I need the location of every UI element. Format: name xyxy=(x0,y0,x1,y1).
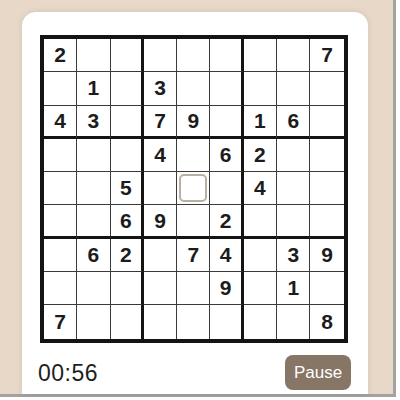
sudoku-cell-r5c7[interactable]: 4 xyxy=(244,172,277,205)
sudoku-cell-r6c8[interactable] xyxy=(277,205,310,238)
sudoku-cell-r7c2[interactable]: 6 xyxy=(77,239,110,272)
sudoku-cell-r4c5[interactable] xyxy=(177,139,210,172)
sudoku-cell-r3c5[interactable]: 9 xyxy=(177,106,210,139)
sudoku-cell-r3c1[interactable]: 4 xyxy=(44,106,77,139)
sudoku-cell-r1c9[interactable]: 7 xyxy=(310,39,343,72)
sudoku-cell-r5c3[interactable]: 5 xyxy=(111,172,144,205)
sudoku-cell-r4c8[interactable] xyxy=(277,139,310,172)
sudoku-cell-r9c6[interactable] xyxy=(210,305,243,338)
sudoku-cell-r5c2[interactable] xyxy=(77,172,110,205)
sudoku-cell-r8c2[interactable] xyxy=(77,272,110,305)
sudoku-cell-r6c3[interactable]: 6 xyxy=(111,205,144,238)
sudoku-cell-r5c4[interactable] xyxy=(144,172,177,205)
sudoku-cell-r4c4[interactable]: 4 xyxy=(144,139,177,172)
sudoku-cell-r6c2[interactable] xyxy=(77,205,110,238)
sudoku-cell-r2c4[interactable]: 3 xyxy=(144,72,177,105)
sudoku-cell-r9c7[interactable] xyxy=(244,305,277,338)
sudoku-cell-r8c4[interactable] xyxy=(144,272,177,305)
sudoku-cell-r5c1[interactable] xyxy=(44,172,77,205)
sudoku-cell-r8c3[interactable] xyxy=(111,272,144,305)
sudoku-cell-r1c8[interactable] xyxy=(277,39,310,72)
sudoku-cell-r7c1[interactable] xyxy=(44,239,77,272)
sudoku-cell-r2c1[interactable] xyxy=(44,72,77,105)
sudoku-cell-r1c7[interactable] xyxy=(244,39,277,72)
sudoku-cell-r8c6[interactable]: 9 xyxy=(210,272,243,305)
sudoku-cell-r4c9[interactable] xyxy=(310,139,343,172)
pause-button[interactable]: Pause xyxy=(285,355,351,390)
sudoku-cell-r5c9[interactable] xyxy=(310,172,343,205)
sudoku-cell-r9c2[interactable] xyxy=(77,305,110,338)
sudoku-cell-r5c8[interactable] xyxy=(277,172,310,205)
sudoku-cell-r6c4[interactable]: 9 xyxy=(144,205,177,238)
sudoku-cell-r3c8[interactable]: 6 xyxy=(277,106,310,139)
sudoku-cell-r4c7[interactable]: 2 xyxy=(244,139,277,172)
sudoku-cell-r1c6[interactable] xyxy=(210,39,243,72)
sudoku-cell-r2c3[interactable] xyxy=(111,72,144,105)
sudoku-cell-r3c4[interactable]: 7 xyxy=(144,106,177,139)
sudoku-cell-r8c1[interactable] xyxy=(44,272,77,305)
sudoku-cell-r8c7[interactable] xyxy=(244,272,277,305)
sudoku-cell-r3c7[interactable]: 1 xyxy=(244,106,277,139)
sudoku-cell-r1c4[interactable] xyxy=(144,39,177,72)
sudoku-cell-r3c3[interactable] xyxy=(111,106,144,139)
sudoku-cell-r3c9[interactable] xyxy=(310,106,343,139)
sudoku-cell-r1c3[interactable] xyxy=(111,39,144,72)
sudoku-cell-r5c6[interactable] xyxy=(210,172,243,205)
sudoku-cell-r6c7[interactable] xyxy=(244,205,277,238)
sudoku-cell-r8c9[interactable] xyxy=(310,272,343,305)
sudoku-cell-r2c7[interactable] xyxy=(244,72,277,105)
sudoku-cell-r8c5[interactable] xyxy=(177,272,210,305)
sudoku-cell-r2c9[interactable] xyxy=(310,72,343,105)
sudoku-cell-r6c1[interactable] xyxy=(44,205,77,238)
sudoku-cell-r9c4[interactable] xyxy=(144,305,177,338)
sudoku-cell-r1c2[interactable] xyxy=(77,39,110,72)
sudoku-cell-r5c5[interactable] xyxy=(177,172,210,205)
sudoku-cell-r2c8[interactable] xyxy=(277,72,310,105)
sudoku-cell-r7c6[interactable]: 4 xyxy=(210,239,243,272)
sudoku-cell-r9c9[interactable]: 8 xyxy=(310,305,343,338)
sudoku-cell-r4c2[interactable] xyxy=(77,139,110,172)
sudoku-cell-r7c4[interactable] xyxy=(144,239,177,272)
sudoku-cell-r6c5[interactable] xyxy=(177,205,210,238)
sudoku-cell-r7c8[interactable]: 3 xyxy=(277,239,310,272)
sudoku-cell-r4c3[interactable] xyxy=(111,139,144,172)
sudoku-cell-r7c3[interactable]: 2 xyxy=(111,239,144,272)
sudoku-cell-r6c9[interactable] xyxy=(310,205,343,238)
app-panel: 2713437916462546926274399178 00:56 Pause xyxy=(22,12,368,394)
sudoku-cell-r9c3[interactable] xyxy=(111,305,144,338)
sudoku-cell-r3c2[interactable]: 3 xyxy=(77,106,110,139)
sudoku-cell-r2c6[interactable] xyxy=(210,72,243,105)
sudoku-cell-r8c8[interactable]: 1 xyxy=(277,272,310,305)
sudoku-cell-r3c6[interactable] xyxy=(210,106,243,139)
sudoku-cell-r4c1[interactable] xyxy=(44,139,77,172)
sudoku-cell-r1c1[interactable]: 2 xyxy=(44,39,77,72)
sudoku-cell-r7c5[interactable]: 7 xyxy=(177,239,210,272)
sudoku-cell-r6c6[interactable]: 2 xyxy=(210,205,243,238)
sudoku-cell-r9c1[interactable]: 7 xyxy=(44,305,77,338)
sudoku-cell-r9c5[interactable] xyxy=(177,305,210,338)
sudoku-grid: 2713437916462546926274399178 xyxy=(40,35,348,343)
app-background: 2713437916462546926274399178 00:56 Pause xyxy=(0,0,396,397)
sudoku-cell-r1c5[interactable] xyxy=(177,39,210,72)
sudoku-cell-r4c6[interactable]: 6 xyxy=(210,139,243,172)
sudoku-cell-r9c8[interactable] xyxy=(277,305,310,338)
sudoku-cell-r7c7[interactable] xyxy=(244,239,277,272)
sudoku-cell-r2c2[interactable]: 1 xyxy=(77,72,110,105)
timer: 00:56 xyxy=(38,360,98,387)
sudoku-cell-r2c5[interactable] xyxy=(177,72,210,105)
sudoku-cell-r7c9[interactable]: 9 xyxy=(310,239,343,272)
